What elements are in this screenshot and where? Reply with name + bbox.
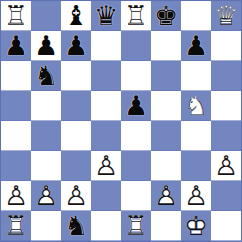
square-b3[interactable] xyxy=(31,151,61,181)
piece-wK-g1[interactable]: ♚♔ xyxy=(181,211,211,241)
piece-wR-e1[interactable]: ♜♖ xyxy=(121,211,151,241)
square-b2[interactable]: ♟♙ xyxy=(31,181,61,211)
piece-wQ-h8[interactable]: ♛♕ xyxy=(211,1,241,31)
square-b4[interactable] xyxy=(31,121,61,151)
piece-wP-f2[interactable]: ♟♙ xyxy=(151,181,181,211)
square-b7[interactable]: ♟ xyxy=(31,31,61,61)
piece-bQ-d8[interactable]: ♛ xyxy=(91,1,121,31)
square-g2[interactable]: ♟♙ xyxy=(181,181,211,211)
square-d4[interactable] xyxy=(91,121,121,151)
black-N-glyph-fill: ♞ xyxy=(61,211,91,241)
piece-wP-g2[interactable]: ♟♙ xyxy=(181,181,211,211)
piece-wR-e8[interactable]: ♜♖ xyxy=(121,1,151,31)
white-P-glyph-outline: ♙ xyxy=(91,151,121,181)
square-e4[interactable] xyxy=(121,121,151,151)
white-P-glyph-outline: ♙ xyxy=(211,151,241,181)
square-a7[interactable]: ♟ xyxy=(1,31,31,61)
white-N-glyph-outline: ♘ xyxy=(181,91,211,121)
chess-board: ♜♖♝♛♜♖♚♛♕♟♟♟♟♞♟♞♘♟♙♟♙♟♙♟♙♟♙♟♙♟♙♜♖♞♜♖♚♔ xyxy=(0,0,242,242)
square-f6[interactable] xyxy=(151,61,181,91)
square-d5[interactable] xyxy=(91,91,121,121)
white-R-glyph-outline: ♖ xyxy=(1,1,31,31)
square-g7[interactable]: ♟ xyxy=(181,31,211,61)
square-d7[interactable] xyxy=(91,31,121,61)
square-c3[interactable] xyxy=(61,151,91,181)
black-K-glyph-fill: ♚ xyxy=(151,1,181,31)
square-d3[interactable]: ♟♙ xyxy=(91,151,121,181)
white-R-glyph-outline: ♖ xyxy=(1,211,31,241)
piece-wR-a1[interactable]: ♜♖ xyxy=(1,211,31,241)
black-P-glyph-fill: ♟ xyxy=(31,31,61,61)
white-K-glyph-outline: ♔ xyxy=(181,211,211,241)
square-h6[interactable] xyxy=(211,61,241,91)
square-h2[interactable] xyxy=(211,181,241,211)
square-c2[interactable]: ♟♙ xyxy=(61,181,91,211)
piece-bP-b7[interactable]: ♟ xyxy=(31,31,61,61)
piece-bP-c7[interactable]: ♟ xyxy=(61,31,91,61)
black-N-glyph-fill: ♞ xyxy=(31,61,61,91)
square-c1[interactable]: ♞ xyxy=(61,211,91,241)
square-a4[interactable] xyxy=(1,121,31,151)
square-a8[interactable]: ♜♖ xyxy=(1,1,31,31)
square-f1[interactable] xyxy=(151,211,181,241)
black-P-glyph-fill: ♟ xyxy=(1,31,31,61)
square-b5[interactable] xyxy=(31,91,61,121)
square-g5[interactable]: ♞♘ xyxy=(181,91,211,121)
square-f8[interactable]: ♚ xyxy=(151,1,181,31)
square-b1[interactable] xyxy=(31,211,61,241)
square-f7[interactable] xyxy=(151,31,181,61)
square-h4[interactable] xyxy=(211,121,241,151)
square-d6[interactable] xyxy=(91,61,121,91)
piece-wP-b2[interactable]: ♟♙ xyxy=(31,181,61,211)
square-f3[interactable] xyxy=(151,151,181,181)
square-d2[interactable] xyxy=(91,181,121,211)
black-P-glyph-fill: ♟ xyxy=(61,31,91,61)
square-f4[interactable] xyxy=(151,121,181,151)
square-h8[interactable]: ♛♕ xyxy=(211,1,241,31)
square-b6[interactable]: ♞ xyxy=(31,61,61,91)
square-e6[interactable] xyxy=(121,61,151,91)
white-P-glyph-outline: ♙ xyxy=(181,181,211,211)
square-e8[interactable]: ♜♖ xyxy=(121,1,151,31)
piece-bP-a7[interactable]: ♟ xyxy=(1,31,31,61)
white-R-glyph-outline: ♖ xyxy=(121,1,151,31)
square-g6[interactable] xyxy=(181,61,211,91)
black-B-glyph-fill: ♝ xyxy=(61,1,91,31)
piece-wP-d3[interactable]: ♟♙ xyxy=(91,151,121,181)
square-a2[interactable]: ♟♙ xyxy=(1,181,31,211)
square-e7[interactable] xyxy=(121,31,151,61)
piece-bK-f8[interactable]: ♚ xyxy=(151,1,181,31)
piece-wP-h3[interactable]: ♟♙ xyxy=(211,151,241,181)
black-P-glyph-fill: ♟ xyxy=(121,91,151,121)
white-Q-glyph-outline: ♕ xyxy=(211,1,241,31)
square-c7[interactable]: ♟ xyxy=(61,31,91,61)
square-h3[interactable]: ♟♙ xyxy=(211,151,241,181)
piece-wR-a8[interactable]: ♜♖ xyxy=(1,1,31,31)
square-c5[interactable] xyxy=(61,91,91,121)
square-a5[interactable] xyxy=(1,91,31,121)
piece-bN-c1[interactable]: ♞ xyxy=(61,211,91,241)
square-d1[interactable] xyxy=(91,211,121,241)
piece-bP-e5[interactable]: ♟ xyxy=(121,91,151,121)
piece-wP-a2[interactable]: ♟♙ xyxy=(1,181,31,211)
square-e1[interactable]: ♜♖ xyxy=(121,211,151,241)
square-b8[interactable] xyxy=(31,1,61,31)
square-g3[interactable] xyxy=(181,151,211,181)
square-e5[interactable]: ♟ xyxy=(121,91,151,121)
square-h7[interactable] xyxy=(211,31,241,61)
square-g1[interactable]: ♚♔ xyxy=(181,211,211,241)
square-a1[interactable]: ♜♖ xyxy=(1,211,31,241)
white-P-glyph-outline: ♙ xyxy=(61,181,91,211)
square-f2[interactable]: ♟♙ xyxy=(151,181,181,211)
black-Q-glyph-fill: ♛ xyxy=(91,1,121,31)
piece-bP-g7[interactable]: ♟ xyxy=(181,31,211,61)
square-a6[interactable] xyxy=(1,61,31,91)
white-P-glyph-outline: ♙ xyxy=(31,181,61,211)
square-g4[interactable] xyxy=(181,121,211,151)
piece-wN-g5[interactable]: ♞♘ xyxy=(181,91,211,121)
square-h1[interactable] xyxy=(211,211,241,241)
white-R-glyph-outline: ♖ xyxy=(121,211,151,241)
white-P-glyph-outline: ♙ xyxy=(151,181,181,211)
square-g8[interactable] xyxy=(181,1,211,31)
square-f5[interactable] xyxy=(151,91,181,121)
piece-wP-c2[interactable]: ♟♙ xyxy=(61,181,91,211)
square-e2[interactable] xyxy=(121,181,151,211)
square-h5[interactable] xyxy=(211,91,241,121)
square-a3[interactable] xyxy=(1,151,31,181)
piece-bB-c8[interactable]: ♝ xyxy=(61,1,91,31)
square-c8[interactable]: ♝ xyxy=(61,1,91,31)
square-c6[interactable] xyxy=(61,61,91,91)
square-e3[interactable] xyxy=(121,151,151,181)
white-P-glyph-outline: ♙ xyxy=(1,181,31,211)
black-P-glyph-fill: ♟ xyxy=(181,31,211,61)
piece-bN-b6[interactable]: ♞ xyxy=(31,61,61,91)
square-c4[interactable] xyxy=(61,121,91,151)
square-d8[interactable]: ♛ xyxy=(91,1,121,31)
